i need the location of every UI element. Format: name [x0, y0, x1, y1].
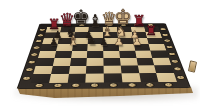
- piece-natural-p-f6: ♟: [112, 36, 127, 47]
- pieces-layer: ♚♚♛♛♝♜♜♜♝♞♞♟♟♟♟♟♝♟♟♟: [0, 0, 200, 106]
- chess-set-photo: abcdefgh abcdefgh 87654321 87654321 ♚♚♛♛…: [0, 0, 200, 106]
- piece-natural-b-c6: ♝: [65, 34, 82, 47]
- piece-red-r-h7: ♜: [143, 24, 160, 37]
- piece-black-p-e6: ♟: [97, 37, 111, 47]
- piece-natural-p-g6: ♟: [130, 36, 145, 47]
- piece-black-p-b6: ♟: [47, 37, 61, 47]
